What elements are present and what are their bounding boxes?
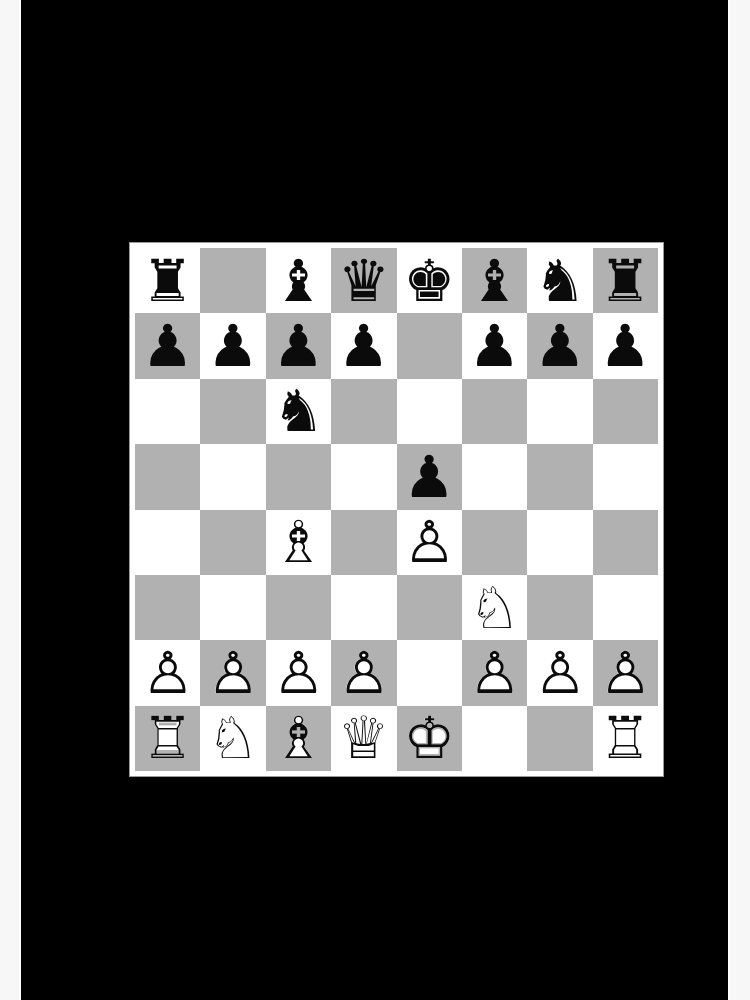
square-c5[interactable] [266, 444, 331, 509]
white-pawn: ♙ [200, 640, 265, 705]
square-h1[interactable]: ♜♖ [593, 706, 658, 771]
square-g5[interactable] [527, 444, 592, 509]
white-bishop-fill: ♝ [266, 510, 331, 575]
square-e8[interactable]: ♚ [397, 248, 462, 313]
square-f2[interactable]: ♟♙ [462, 640, 527, 705]
square-g6[interactable] [527, 379, 592, 444]
black-knight: ♞ [527, 248, 592, 313]
white-queen: ♕ [331, 706, 396, 771]
square-a2[interactable]: ♟♙ [135, 640, 200, 705]
black-rook: ♜ [593, 248, 658, 313]
square-b1[interactable]: ♞♘ [200, 706, 265, 771]
square-h4[interactable] [593, 510, 658, 575]
white-pawn-fill: ♟ [527, 640, 592, 705]
white-bishop: ♗ [266, 706, 331, 771]
square-g8[interactable]: ♞ [527, 248, 592, 313]
square-b7[interactable]: ♟ [200, 313, 265, 378]
square-c2[interactable]: ♟♙ [266, 640, 331, 705]
square-e7[interactable] [397, 313, 462, 378]
square-a4[interactable] [135, 510, 200, 575]
square-d8[interactable]: ♛ [331, 248, 396, 313]
square-b5[interactable] [200, 444, 265, 509]
black-pawn: ♟ [266, 313, 331, 378]
square-f8[interactable]: ♝ [462, 248, 527, 313]
black-pawn: ♟ [135, 313, 200, 378]
square-d7[interactable]: ♟ [331, 313, 396, 378]
square-a8[interactable]: ♜ [135, 248, 200, 313]
white-rook-fill: ♜ [135, 706, 200, 771]
white-knight-fill: ♞ [200, 706, 265, 771]
square-g1[interactable] [527, 706, 592, 771]
square-e1[interactable]: ♚♔ [397, 706, 462, 771]
white-bishop-fill: ♝ [266, 706, 331, 771]
black-knight: ♞ [266, 379, 331, 444]
square-d1[interactable]: ♛♕ [331, 706, 396, 771]
page-background: ♜♝♛♚♝♞♜♟♟♟♟♟♟♟♞♟♝♗♟♙♞♘♟♙♟♙♟♙♟♙♟♙♟♙♟♙♜♖♞♘… [0, 0, 750, 1000]
white-king: ♔ [397, 706, 462, 771]
white-pawn-fill: ♟ [135, 640, 200, 705]
white-pawn: ♙ [593, 640, 658, 705]
square-b6[interactable] [200, 379, 265, 444]
square-e6[interactable] [397, 379, 462, 444]
square-c1[interactable]: ♝♗ [266, 706, 331, 771]
white-rook: ♖ [135, 706, 200, 771]
white-queen-fill: ♛ [331, 706, 396, 771]
square-a3[interactable] [135, 575, 200, 640]
white-pawn-fill: ♟ [266, 640, 331, 705]
black-pawn: ♟ [331, 313, 396, 378]
square-d5[interactable] [331, 444, 396, 509]
square-h6[interactable] [593, 379, 658, 444]
white-rook-fill: ♜ [593, 706, 658, 771]
white-pawn: ♙ [331, 640, 396, 705]
square-f3[interactable]: ♞♘ [462, 575, 527, 640]
square-e2[interactable] [397, 640, 462, 705]
square-d3[interactable] [331, 575, 396, 640]
square-a7[interactable]: ♟ [135, 313, 200, 378]
white-king-fill: ♚ [397, 706, 462, 771]
square-e4[interactable]: ♟♙ [397, 510, 462, 575]
square-a6[interactable] [135, 379, 200, 444]
white-rook: ♖ [593, 706, 658, 771]
square-g2[interactable]: ♟♙ [527, 640, 592, 705]
white-pawn-fill: ♟ [462, 640, 527, 705]
square-g4[interactable] [527, 510, 592, 575]
black-bishop: ♝ [266, 248, 331, 313]
square-f4[interactable] [462, 510, 527, 575]
square-h8[interactable]: ♜ [593, 248, 658, 313]
square-d4[interactable] [331, 510, 396, 575]
white-pawn-fill: ♟ [331, 640, 396, 705]
square-g7[interactable]: ♟ [527, 313, 592, 378]
black-pawn: ♟ [200, 313, 265, 378]
white-pawn: ♙ [397, 510, 462, 575]
square-h3[interactable] [593, 575, 658, 640]
square-b2[interactable]: ♟♙ [200, 640, 265, 705]
chess-board: ♜♝♛♚♝♞♜♟♟♟♟♟♟♟♞♟♝♗♟♙♞♘♟♙♟♙♟♙♟♙♟♙♟♙♟♙♜♖♞♘… [135, 248, 658, 771]
square-a5[interactable] [135, 444, 200, 509]
square-d2[interactable]: ♟♙ [331, 640, 396, 705]
square-b8[interactable] [200, 248, 265, 313]
square-e5[interactable]: ♟ [397, 444, 462, 509]
white-pawn: ♙ [462, 640, 527, 705]
square-a1[interactable]: ♜♖ [135, 706, 200, 771]
white-pawn: ♙ [527, 640, 592, 705]
square-b3[interactable] [200, 575, 265, 640]
square-e3[interactable] [397, 575, 462, 640]
square-f7[interactable]: ♟ [462, 313, 527, 378]
square-h7[interactable]: ♟ [593, 313, 658, 378]
white-pawn: ♙ [266, 640, 331, 705]
square-f5[interactable] [462, 444, 527, 509]
white-bishop: ♗ [266, 510, 331, 575]
black-king: ♚ [397, 248, 462, 313]
black-bishop: ♝ [462, 248, 527, 313]
square-f1[interactable] [462, 706, 527, 771]
black-pawn: ♟ [593, 313, 658, 378]
white-knight: ♘ [200, 706, 265, 771]
square-c4[interactable]: ♝♗ [266, 510, 331, 575]
square-c7[interactable]: ♟ [266, 313, 331, 378]
black-pawn: ♟ [462, 313, 527, 378]
white-pawn: ♙ [135, 640, 200, 705]
square-h2[interactable]: ♟♙ [593, 640, 658, 705]
square-c8[interactable]: ♝ [266, 248, 331, 313]
square-c3[interactable] [266, 575, 331, 640]
square-b4[interactable] [200, 510, 265, 575]
square-d6[interactable] [331, 379, 396, 444]
white-pawn-fill: ♟ [200, 640, 265, 705]
black-pawn: ♟ [527, 313, 592, 378]
white-pawn-fill: ♟ [397, 510, 462, 575]
square-h5[interactable] [593, 444, 658, 509]
square-c6[interactable]: ♞ [266, 379, 331, 444]
black-rook: ♜ [135, 248, 200, 313]
white-knight: ♘ [462, 575, 527, 640]
chess-board-frame: ♜♝♛♚♝♞♜♟♟♟♟♟♟♟♞♟♝♗♟♙♞♘♟♙♟♙♟♙♟♙♟♙♟♙♟♙♜♖♞♘… [129, 242, 664, 777]
square-f6[interactable] [462, 379, 527, 444]
white-pawn-fill: ♟ [593, 640, 658, 705]
square-g3[interactable] [527, 575, 592, 640]
white-knight-fill: ♞ [462, 575, 527, 640]
black-queen: ♛ [331, 248, 396, 313]
poster-panel: ♜♝♛♚♝♞♜♟♟♟♟♟♟♟♞♟♝♗♟♙♞♘♟♙♟♙♟♙♟♙♟♙♟♙♟♙♜♖♞♘… [19, 0, 730, 1000]
black-pawn: ♟ [397, 444, 462, 509]
